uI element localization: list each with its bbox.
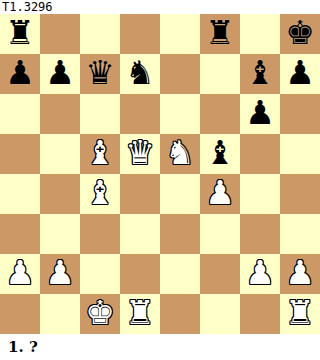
square-b5[interactable] [40, 134, 80, 174]
square-c2[interactable] [80, 254, 120, 294]
square-g7[interactable]: ♝ [240, 54, 280, 94]
square-c3[interactable] [80, 214, 120, 254]
black-knight-piece: ♞ [125, 56, 155, 89]
white-rook-piece: ♜ [125, 296, 155, 329]
square-d1[interactable]: ♜ [120, 294, 160, 334]
white-king-piece: ♚ [85, 296, 115, 329]
move-prompt: 1. ? [0, 334, 320, 360]
square-d7[interactable]: ♞ [120, 54, 160, 94]
square-c7[interactable]: ♛ [80, 54, 120, 94]
square-e6[interactable] [160, 94, 200, 134]
square-f2[interactable] [200, 254, 240, 294]
square-g1[interactable] [240, 294, 280, 334]
square-b4[interactable] [40, 174, 80, 214]
square-h5[interactable] [280, 134, 320, 174]
square-f5[interactable]: ♝ [200, 134, 240, 174]
white-pawn-piece: ♟ [205, 176, 235, 209]
square-c5[interactable]: ♝ [80, 134, 120, 174]
square-g6[interactable]: ♟ [240, 94, 280, 134]
square-g5[interactable] [240, 134, 280, 174]
square-e8[interactable] [160, 14, 200, 54]
square-f8[interactable]: ♜ [200, 14, 240, 54]
square-a1[interactable] [0, 294, 40, 334]
chess-puzzle-window: T1.3296 ♜♜♚♟♟♛♞♝♟♟♝♛♞♝♝♟♟♟♟♟♚♜♜ 1. ? [0, 0, 320, 360]
white-pawn-piece: ♟ [285, 256, 315, 289]
black-queen-piece: ♛ [85, 56, 115, 89]
square-a2[interactable]: ♟ [0, 254, 40, 294]
square-g2[interactable]: ♟ [240, 254, 280, 294]
square-h1[interactable]: ♜ [280, 294, 320, 334]
white-rook-piece: ♜ [285, 296, 315, 329]
white-pawn-piece: ♟ [45, 256, 75, 289]
black-pawn-piece: ♟ [5, 56, 35, 89]
square-b6[interactable] [40, 94, 80, 134]
square-d6[interactable] [120, 94, 160, 134]
square-g4[interactable] [240, 174, 280, 214]
square-d5[interactable]: ♛ [120, 134, 160, 174]
white-bishop-piece: ♝ [85, 176, 115, 209]
square-a7[interactable]: ♟ [0, 54, 40, 94]
black-rook-piece: ♜ [205, 16, 235, 49]
square-h7[interactable]: ♟ [280, 54, 320, 94]
square-e5[interactable]: ♞ [160, 134, 200, 174]
square-g8[interactable] [240, 14, 280, 54]
black-bishop-piece: ♝ [205, 136, 235, 169]
square-d4[interactable] [120, 174, 160, 214]
square-d3[interactable] [120, 214, 160, 254]
square-a4[interactable] [0, 174, 40, 214]
square-e2[interactable] [160, 254, 200, 294]
chess-board: ♜♜♚♟♟♛♞♝♟♟♝♛♞♝♝♟♟♟♟♟♚♜♜ [0, 14, 320, 334]
square-e4[interactable] [160, 174, 200, 214]
black-pawn-piece: ♟ [245, 96, 275, 129]
white-queen-piece: ♛ [125, 136, 155, 169]
square-h6[interactable] [280, 94, 320, 134]
black-king-piece: ♚ [285, 16, 315, 49]
black-pawn-piece: ♟ [45, 56, 75, 89]
square-c4[interactable]: ♝ [80, 174, 120, 214]
square-b1[interactable] [40, 294, 80, 334]
square-f3[interactable] [200, 214, 240, 254]
square-a6[interactable] [0, 94, 40, 134]
square-g3[interactable] [240, 214, 280, 254]
black-bishop-piece: ♝ [245, 56, 275, 89]
square-f4[interactable]: ♟ [200, 174, 240, 214]
square-c8[interactable] [80, 14, 120, 54]
square-c6[interactable] [80, 94, 120, 134]
square-h3[interactable] [280, 214, 320, 254]
white-knight-piece: ♞ [165, 136, 195, 169]
square-f6[interactable] [200, 94, 240, 134]
square-h8[interactable]: ♚ [280, 14, 320, 54]
square-f1[interactable] [200, 294, 240, 334]
square-f7[interactable] [200, 54, 240, 94]
square-d2[interactable] [120, 254, 160, 294]
square-b8[interactable] [40, 14, 80, 54]
square-b3[interactable] [40, 214, 80, 254]
square-h2[interactable]: ♟ [280, 254, 320, 294]
puzzle-title: T1.3296 [0, 0, 320, 14]
white-pawn-piece: ♟ [5, 256, 35, 289]
square-b2[interactable]: ♟ [40, 254, 80, 294]
white-pawn-piece: ♟ [245, 256, 275, 289]
white-bishop-piece: ♝ [85, 136, 115, 169]
square-e7[interactable] [160, 54, 200, 94]
square-c1[interactable]: ♚ [80, 294, 120, 334]
square-a3[interactable] [0, 214, 40, 254]
square-e3[interactable] [160, 214, 200, 254]
square-h4[interactable] [280, 174, 320, 214]
black-pawn-piece: ♟ [285, 56, 315, 89]
square-a5[interactable] [0, 134, 40, 174]
square-b7[interactable]: ♟ [40, 54, 80, 94]
black-rook-piece: ♜ [5, 16, 35, 49]
square-a8[interactable]: ♜ [0, 14, 40, 54]
square-d8[interactable] [120, 14, 160, 54]
square-e1[interactable] [160, 294, 200, 334]
